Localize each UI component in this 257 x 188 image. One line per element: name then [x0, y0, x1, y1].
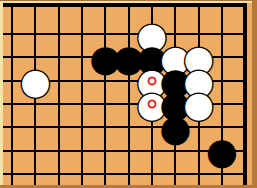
stone-black[interactable]: ● — [163, 115, 187, 139]
board-edge-right — [243, 3, 247, 185]
board-frame-bottom — [0, 185, 257, 188]
go-board-diagram: ●●●●●●●●●●●●●●● — [0, 0, 257, 188]
grid-line-horizontal — [3, 126, 247, 128]
go-board[interactable]: ●●●●●●●●●●●●●●● — [3, 3, 252, 185]
grid-line-horizontal — [3, 33, 247, 35]
grid-line-horizontal — [3, 173, 247, 175]
stone-glyph: ● — [159, 110, 191, 147]
stone-glyph: ● — [206, 133, 238, 170]
stone-white[interactable]: ● — [23, 69, 47, 93]
board-edge-top — [3, 3, 247, 7]
board-frame-right — [252, 0, 257, 188]
stone-glyph: ● — [19, 63, 51, 100]
circle-mark — [147, 99, 156, 108]
stone-black[interactable]: ● — [210, 139, 234, 163]
